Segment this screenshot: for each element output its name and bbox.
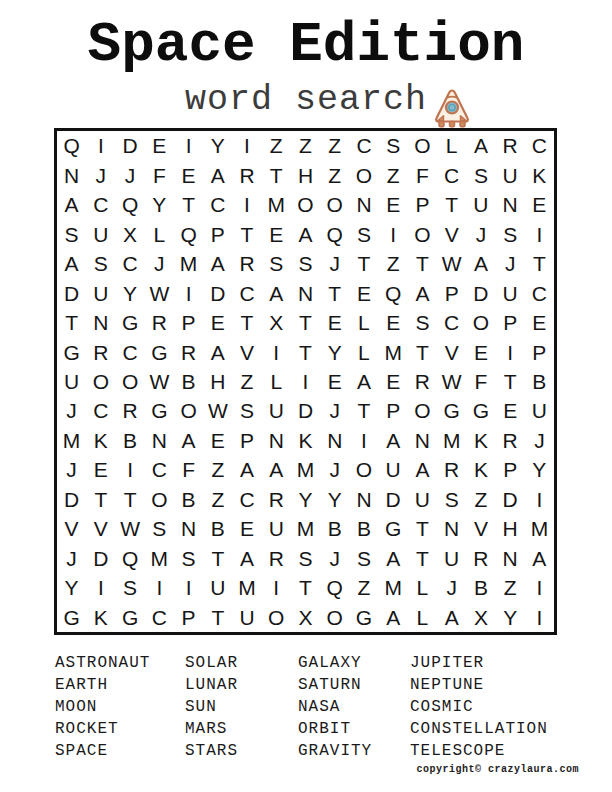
grid-cell[interactable]: V — [437, 337, 466, 366]
grid-cell[interactable]: A — [408, 455, 437, 484]
grid-cell[interactable]: U — [262, 514, 291, 543]
grid-cell[interactable]: K — [525, 160, 554, 189]
grid-cell[interactable]: B — [466, 573, 495, 602]
grid-cell[interactable]: A — [174, 426, 203, 455]
grid-cell[interactable]: U — [86, 278, 115, 307]
grid-cell[interactable]: I — [525, 603, 554, 632]
grid-cell[interactable]: I — [291, 367, 320, 396]
grid-cell[interactable]: A — [379, 544, 408, 573]
grid-cell[interactable]: D — [466, 278, 495, 307]
grid-cell[interactable]: C — [86, 190, 115, 219]
grid-cell[interactable]: B — [349, 514, 378, 543]
word-list-item: NEPTUNE — [410, 674, 575, 696]
grid-cell[interactable]: T — [349, 249, 378, 278]
grid-cell[interactable]: C — [145, 455, 174, 484]
grid-cell[interactable]: V — [437, 219, 466, 248]
grid-cell[interactable]: J — [320, 249, 349, 278]
grid-cell[interactable]: E — [496, 396, 525, 425]
grid-cell[interactable]: S — [408, 308, 437, 337]
grid-cell[interactable]: G — [349, 603, 378, 632]
grid-cell[interactable]: Q — [379, 278, 408, 307]
grid-cell[interactable]: Y — [525, 455, 554, 484]
grid-cell[interactable]: Y — [57, 573, 86, 602]
grid-cell[interactable]: T — [291, 308, 320, 337]
grid-cell[interactable]: J — [57, 544, 86, 573]
grid-cell[interactable]: R — [232, 249, 261, 278]
grid-cell[interactable]: J — [466, 219, 495, 248]
grid-cell[interactable]: I — [115, 455, 144, 484]
grid-cell[interactable]: Y — [320, 337, 349, 366]
grid-cell[interactable]: V — [232, 337, 261, 366]
grid-cell[interactable]: N — [496, 190, 525, 219]
grid-cell[interactable]: A — [466, 249, 495, 278]
grid-cell[interactable]: O — [349, 160, 378, 189]
grid-cell[interactable]: B — [525, 367, 554, 396]
grid-cell[interactable]: C — [86, 396, 115, 425]
word-list-item: LUNAR — [185, 674, 298, 696]
grid-cell[interactable]: C — [115, 249, 144, 278]
grid-cell[interactable]: A — [203, 337, 232, 366]
grid-cell[interactable]: I — [262, 337, 291, 366]
grid-cell[interactable]: A — [232, 455, 261, 484]
grid-cell[interactable]: V — [86, 514, 115, 543]
grid-cell[interactable]: G — [57, 603, 86, 632]
grid-cell[interactable]: P — [379, 396, 408, 425]
grid-cell[interactable]: E — [349, 278, 378, 307]
grid-cell[interactable]: U — [466, 190, 495, 219]
grid-cell[interactable]: Z — [262, 131, 291, 160]
grid-cell[interactable]: J — [525, 426, 554, 455]
grid-cell[interactable]: U — [57, 367, 86, 396]
grid-cell[interactable]: W — [115, 514, 144, 543]
grid-cell[interactable]: D — [57, 278, 86, 307]
grid-cell[interactable]: P — [174, 603, 203, 632]
grid-cell[interactable]: O — [408, 219, 437, 248]
grid-cell[interactable]: P — [525, 337, 554, 366]
grid-cell[interactable]: F — [408, 160, 437, 189]
grid-cell[interactable]: I — [525, 485, 554, 514]
grid-cell[interactable]: T — [291, 337, 320, 366]
grid-cell[interactable]: L — [145, 219, 174, 248]
grid-cell[interactable]: E — [86, 455, 115, 484]
grid-cell[interactable]: T — [115, 485, 144, 514]
grid-cell[interactable]: U — [496, 278, 525, 307]
grid-cell[interactable]: D — [291, 396, 320, 425]
grid-cell[interactable]: I — [349, 426, 378, 455]
grid-cell[interactable]: O — [320, 603, 349, 632]
grid-cell[interactable]: Q — [320, 573, 349, 602]
grid-cell[interactable]: N — [320, 426, 349, 455]
grid-cell[interactable]: J — [320, 455, 349, 484]
grid-cell[interactable]: S — [115, 573, 144, 602]
grid-cell[interactable]: N — [408, 426, 437, 455]
grid-cell[interactable]: C — [525, 131, 554, 160]
grid-cell[interactable]: M — [262, 190, 291, 219]
grid-cell[interactable]: U — [496, 160, 525, 189]
grid-cell[interactable]: K — [86, 426, 115, 455]
grid-cell[interactable]: P — [174, 308, 203, 337]
grid-cell[interactable]: P — [437, 278, 466, 307]
grid-cell[interactable]: P — [496, 455, 525, 484]
grid-cell[interactable]: O — [466, 308, 495, 337]
grid-cell[interactable]: Z — [379, 160, 408, 189]
grid-cell[interactable]: C — [349, 131, 378, 160]
grid-cell[interactable]: T — [408, 249, 437, 278]
grid-cell[interactable]: R — [408, 367, 437, 396]
grid-cell[interactable]: S — [86, 249, 115, 278]
grid-cell[interactable]: E — [525, 190, 554, 219]
grid-cell[interactable]: B — [174, 485, 203, 514]
grid-cell[interactable]: R — [262, 544, 291, 573]
grid-cell[interactable]: V — [57, 514, 86, 543]
grid-cell[interactable]: A — [379, 426, 408, 455]
grid-cell[interactable]: W — [203, 396, 232, 425]
grid-cell[interactable]: D — [115, 131, 144, 160]
grid-cell[interactable]: S — [466, 160, 495, 189]
grid-cell[interactable]: G — [437, 396, 466, 425]
grid-cell[interactable]: I — [86, 131, 115, 160]
grid-cell[interactable]: O — [145, 485, 174, 514]
grid-cell[interactable]: G — [145, 396, 174, 425]
grid-cell[interactable]: T — [232, 219, 261, 248]
grid-cell[interactable]: C — [203, 190, 232, 219]
word-list-item: EARTH — [55, 674, 185, 696]
grid-cell[interactable]: U — [408, 485, 437, 514]
grid-cell[interactable]: M — [291, 455, 320, 484]
grid-cell[interactable]: J — [320, 396, 349, 425]
grid-cell[interactable]: S — [291, 249, 320, 278]
grid-cell[interactable]: O — [262, 603, 291, 632]
grid-cell[interactable]: T — [408, 514, 437, 543]
grid-cell[interactable]: T — [203, 603, 232, 632]
grid-cell[interactable]: U — [203, 573, 232, 602]
grid-cell[interactable]: I — [232, 190, 261, 219]
grid-cell[interactable]: H — [291, 160, 320, 189]
grid-cell[interactable]: M — [174, 249, 203, 278]
grid-cell[interactable]: I — [496, 337, 525, 366]
grid-cell[interactable]: W — [145, 367, 174, 396]
grid-cell[interactable]: T — [262, 160, 291, 189]
grid-cell[interactable]: T — [86, 485, 115, 514]
grid-cell[interactable]: P — [496, 308, 525, 337]
grid-cell[interactable]: O — [320, 190, 349, 219]
grid-cell[interactable]: U — [437, 544, 466, 573]
grid-cell[interactable]: O — [115, 367, 144, 396]
grid-cell[interactable]: M — [291, 514, 320, 543]
grid-cell[interactable]: S — [232, 396, 261, 425]
grid-cell[interactable]: U — [262, 396, 291, 425]
grid-cell[interactable]: Q — [115, 190, 144, 219]
grid-cell[interactable]: N — [174, 514, 203, 543]
grid-cell[interactable]: A — [379, 603, 408, 632]
grid-cell[interactable]: W — [145, 278, 174, 307]
grid-cell[interactable]: B — [115, 426, 144, 455]
grid-cell[interactable]: A — [437, 603, 466, 632]
grid-cell[interactable]: M — [379, 573, 408, 602]
grid-cell[interactable]: T — [57, 308, 86, 337]
grid-cell[interactable]: Z — [496, 573, 525, 602]
grid-cell[interactable]: E — [203, 426, 232, 455]
grid-cell[interactable]: A — [349, 367, 378, 396]
grid-cell[interactable]: Q — [320, 219, 349, 248]
grid-cell[interactable]: G — [115, 308, 144, 337]
grid-cell[interactable]: E — [262, 219, 291, 248]
grid-cell[interactable]: C — [437, 160, 466, 189]
grid-cell[interactable]: E — [320, 308, 349, 337]
grid-cell[interactable]: T — [174, 190, 203, 219]
grid-cell[interactable]: Z — [291, 131, 320, 160]
grid-cell[interactable]: E — [232, 514, 261, 543]
grid-cell[interactable]: L — [408, 573, 437, 602]
grid-cell[interactable]: E — [525, 308, 554, 337]
grid-cell[interactable]: N — [262, 426, 291, 455]
grid-cell[interactable]: S — [349, 544, 378, 573]
grid-cell[interactable]: P — [203, 219, 232, 248]
grid-cell[interactable]: C — [115, 337, 144, 366]
grid-cell[interactable]: Z — [379, 249, 408, 278]
grid-cell[interactable]: U — [525, 396, 554, 425]
grid-cell[interactable]: R — [437, 455, 466, 484]
grid-cell[interactable]: J — [86, 160, 115, 189]
grid-cell[interactable]: G — [466, 396, 495, 425]
grid-cell[interactable]: N — [291, 278, 320, 307]
grid-cell[interactable]: G — [145, 337, 174, 366]
grid-cell[interactable]: A — [57, 190, 86, 219]
grid-cell[interactable]: W — [437, 249, 466, 278]
grid-cell[interactable]: A — [232, 544, 261, 573]
grid-cell[interactable]: E — [379, 190, 408, 219]
grid-cell[interactable]: M — [525, 514, 554, 543]
grid-cell[interactable]: M — [437, 426, 466, 455]
grid-cell[interactable]: G — [379, 514, 408, 543]
grid-cell[interactable]: T — [232, 308, 261, 337]
grid-cell[interactable]: R — [496, 426, 525, 455]
grid-cell[interactable]: I — [525, 573, 554, 602]
grid-cell[interactable]: A — [262, 278, 291, 307]
grid-cell[interactable]: G — [115, 603, 144, 632]
grid-cell[interactable]: Z — [320, 160, 349, 189]
grid-cell[interactable]: R — [466, 544, 495, 573]
grid-cell[interactable]: I — [174, 131, 203, 160]
grid-cell[interactable]: K — [466, 455, 495, 484]
grid-cell[interactable]: N — [437, 514, 466, 543]
grid-cell[interactable]: N — [57, 160, 86, 189]
grid-cell[interactable]: R — [262, 485, 291, 514]
grid-cell[interactable]: F — [466, 367, 495, 396]
grid-cell[interactable]: J — [437, 573, 466, 602]
grid-cell[interactable]: X — [115, 219, 144, 248]
grid-cell[interactable]: J — [496, 249, 525, 278]
grid-cell[interactable]: I — [525, 219, 554, 248]
grid-cell[interactable]: Y — [145, 190, 174, 219]
grid-cell[interactable]: O — [349, 455, 378, 484]
grid-cell[interactable]: M — [379, 337, 408, 366]
grid-cell[interactable]: A — [291, 219, 320, 248]
grid-cell[interactable]: C — [232, 278, 261, 307]
grid-cell[interactable]: Y — [496, 603, 525, 632]
word-list-item: ASTRONAUT — [55, 652, 185, 674]
grid-cell[interactable]: Z — [232, 367, 261, 396]
grid-cell[interactable]: I — [262, 573, 291, 602]
grid-cell[interactable]: Z — [349, 573, 378, 602]
grid-cell[interactable]: O — [408, 396, 437, 425]
grid-cell[interactable]: I — [232, 131, 261, 160]
grid-cell[interactable]: W — [437, 367, 466, 396]
grid-cell[interactable]: X — [291, 603, 320, 632]
word-list-item: CONSTELLATION — [410, 718, 575, 740]
grid-cell[interactable]: T — [408, 544, 437, 573]
grid-cell[interactable]: K — [466, 426, 495, 455]
grid-cell[interactable]: A — [408, 278, 437, 307]
grid-cell[interactable]: T — [203, 544, 232, 573]
grid-cell[interactable]: F — [174, 455, 203, 484]
grid-cell[interactable]: S — [145, 514, 174, 543]
grid-cell[interactable]: L — [349, 308, 378, 337]
grid-cell[interactable]: S — [437, 485, 466, 514]
grid-cell[interactable]: J — [57, 396, 86, 425]
grid-cell[interactable]: C — [232, 485, 261, 514]
grid-cell[interactable]: D — [203, 278, 232, 307]
grid-cell[interactable]: J — [57, 455, 86, 484]
grid-cell[interactable]: M — [232, 573, 261, 602]
grid-cell[interactable]: M — [57, 426, 86, 455]
grid-cell[interactable]: R — [145, 308, 174, 337]
grid-cell[interactable]: G — [57, 337, 86, 366]
grid-cell[interactable]: E — [174, 160, 203, 189]
grid-cell[interactable]: B — [203, 514, 232, 543]
grid-cell[interactable]: J — [145, 249, 174, 278]
grid-cell[interactable]: N — [86, 308, 115, 337]
grid-cell[interactable]: S — [379, 131, 408, 160]
word-list-column: GALAXYSATURNNASAORBITGRAVITY — [298, 652, 410, 762]
grid-cell[interactable]: Q — [115, 544, 144, 573]
grid-cell[interactable]: E — [466, 337, 495, 366]
grid-cell[interactable]: Y — [203, 131, 232, 160]
word-list-item: GRAVITY — [298, 740, 410, 762]
grid-cell[interactable]: E — [320, 367, 349, 396]
grid-cell[interactable]: D — [57, 485, 86, 514]
grid-cell[interactable]: K — [86, 603, 115, 632]
grid-cell[interactable]: R — [232, 160, 261, 189]
grid-cell[interactable]: U — [232, 603, 261, 632]
grid-cell[interactable]: T — [291, 573, 320, 602]
grid-cell[interactable]: O — [291, 190, 320, 219]
grid-cell[interactable]: T — [349, 396, 378, 425]
grid-cell[interactable]: L — [349, 337, 378, 366]
word-list-item: JUPITER — [410, 652, 575, 674]
grid-cell[interactable]: I — [174, 278, 203, 307]
grid-cell[interactable]: R — [86, 337, 115, 366]
grid-cell[interactable]: D — [496, 485, 525, 514]
grid-cell[interactable]: I — [379, 219, 408, 248]
grid-cell[interactable]: T — [437, 190, 466, 219]
grid-cell[interactable]: O — [86, 367, 115, 396]
grid-cell[interactable]: S — [57, 219, 86, 248]
grid-cell[interactable]: R — [496, 131, 525, 160]
grid-cell[interactable]: I — [174, 573, 203, 602]
grid-cell[interactable]: D — [86, 544, 115, 573]
grid-cell[interactable]: Y — [291, 485, 320, 514]
grid-cell[interactable]: I — [86, 573, 115, 602]
grid-cell[interactable]: J — [320, 544, 349, 573]
grid-cell[interactable]: R — [115, 396, 144, 425]
grid-cell[interactable]: U — [86, 219, 115, 248]
grid-cell[interactable]: R — [174, 337, 203, 366]
grid-cell[interactable]: Y — [115, 278, 144, 307]
grid-cell[interactable]: J — [115, 160, 144, 189]
grid-cell[interactable]: X — [466, 603, 495, 632]
grid-cell[interactable]: A — [262, 455, 291, 484]
word-list-item: NASA — [298, 696, 410, 718]
grid-cell[interactable]: H — [203, 367, 232, 396]
grid-cell[interactable]: A — [203, 249, 232, 278]
grid-cell[interactable]: S — [262, 249, 291, 278]
grid-cell[interactable]: Z — [203, 455, 232, 484]
grid-cell[interactable]: H — [496, 514, 525, 543]
grid-cell[interactable]: T — [525, 249, 554, 278]
grid-cell[interactable]: E — [203, 308, 232, 337]
grid-cell[interactable]: D — [379, 485, 408, 514]
grid-cell[interactable]: S — [291, 544, 320, 573]
grid-cell[interactable]: Q — [57, 131, 86, 160]
grid-cell[interactable]: S — [174, 544, 203, 573]
grid-cell[interactable]: U — [379, 455, 408, 484]
grid-cell[interactable]: O — [174, 396, 203, 425]
grid-cell[interactable]: F — [145, 160, 174, 189]
grid-cell[interactable]: V — [466, 514, 495, 543]
grid-cell[interactable]: C — [525, 278, 554, 307]
grid-cell[interactable]: P — [408, 190, 437, 219]
grid-cell[interactable]: Q — [174, 219, 203, 248]
word-list-item: ORBIT — [298, 718, 410, 740]
grid-cell[interactable]: S — [349, 219, 378, 248]
grid-cell[interactable]: K — [291, 426, 320, 455]
grid-cell[interactable]: A — [466, 131, 495, 160]
grid-cell[interactable]: S — [496, 219, 525, 248]
grid-cell[interactable]: I — [145, 573, 174, 602]
grid-cell[interactable]: L — [262, 367, 291, 396]
grid-cell[interactable]: T — [496, 367, 525, 396]
grid-cell[interactable]: C — [437, 308, 466, 337]
grid-cell[interactable]: Z — [203, 485, 232, 514]
grid-cell[interactable]: M — [145, 544, 174, 573]
grid-cell[interactable]: L — [437, 131, 466, 160]
grid-cell[interactable]: L — [408, 603, 437, 632]
grid-cell[interactable]: C — [145, 603, 174, 632]
grid-cell[interactable]: T — [408, 337, 437, 366]
grid-cell[interactable]: N — [349, 190, 378, 219]
grid-cell[interactable]: N — [145, 426, 174, 455]
grid-cell[interactable]: Z — [320, 131, 349, 160]
grid-cell[interactable]: O — [408, 131, 437, 160]
grid-cell[interactable]: N — [349, 485, 378, 514]
grid-cell[interactable]: T — [320, 278, 349, 307]
grid-cell[interactable]: E — [379, 308, 408, 337]
grid-cell[interactable]: P — [232, 426, 261, 455]
word-list-item: SPACE — [55, 740, 185, 762]
grid-cell[interactable]: A — [525, 544, 554, 573]
grid-cell[interactable]: A — [203, 160, 232, 189]
grid-cell[interactable]: X — [262, 308, 291, 337]
grid-cell[interactable]: A — [57, 249, 86, 278]
grid-cell[interactable]: E — [145, 131, 174, 160]
grid-cell[interactable]: Z — [466, 485, 495, 514]
grid-cell[interactable]: Y — [320, 485, 349, 514]
grid-cell[interactable]: B — [174, 367, 203, 396]
grid-cell[interactable]: N — [496, 544, 525, 573]
grid-cell[interactable]: B — [320, 514, 349, 543]
grid-cell[interactable]: E — [379, 367, 408, 396]
